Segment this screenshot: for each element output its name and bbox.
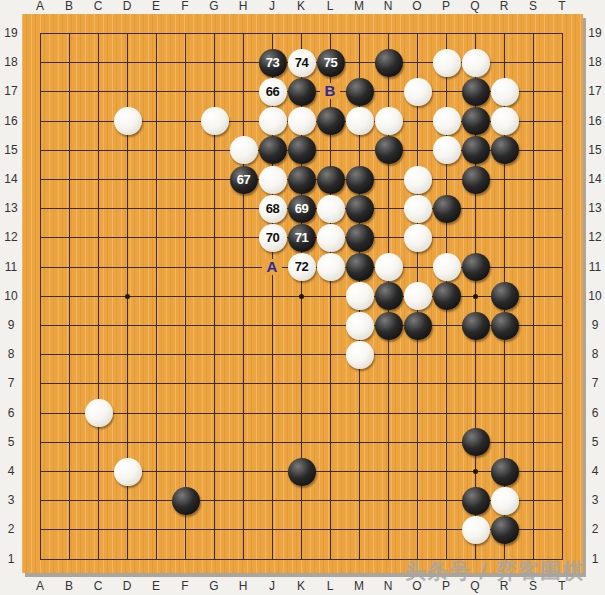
black-stone-M11 (346, 253, 374, 281)
coordinate-left-17: 17 (1, 84, 21, 98)
black-stone-M14 (346, 166, 374, 194)
star-point (299, 294, 304, 299)
white-stone-O17 (404, 78, 432, 106)
white-stone-R16 (491, 107, 519, 135)
black-stone-R15 (491, 136, 519, 164)
white-stone-M8 (346, 341, 374, 369)
white-stone-P15 (433, 136, 461, 164)
coordinate-right-12: 12 (585, 230, 605, 244)
move-number-72: 72 (288, 253, 316, 281)
move-number-68: 68 (259, 195, 287, 223)
black-stone-L14 (317, 166, 345, 194)
white-stone-O14 (404, 166, 432, 194)
black-stone-R10 (491, 282, 519, 310)
black-stone-N9 (375, 312, 403, 340)
black-stone-N10 (375, 282, 403, 310)
coordinate-right-9: 9 (585, 318, 605, 332)
coordinate-top-B: B (58, 0, 80, 13)
black-stone-Q16 (462, 107, 490, 135)
white-stone-J14 (259, 166, 287, 194)
coordinate-bottom-B: B (58, 580, 80, 593)
coordinate-bottom-K: K (290, 580, 312, 593)
coordinate-bottom-N: N (377, 580, 399, 593)
white-stone-Q18 (462, 49, 490, 77)
watermark-text: 头条号 / 弈客围棋 (405, 557, 584, 585)
move-number-74: 74 (288, 49, 316, 77)
coordinate-right-15: 15 (585, 143, 605, 157)
coordinate-left-2: 2 (1, 522, 21, 536)
coordinate-top-J: J (261, 0, 283, 13)
grid-line-horizontal (40, 354, 563, 355)
black-stone-N15 (375, 136, 403, 164)
move-number-71: 71 (288, 224, 316, 252)
coordinate-bottom-F: F (174, 580, 196, 593)
coordinate-right-17: 17 (585, 84, 605, 98)
coordinate-right-3: 3 (585, 493, 605, 507)
coordinate-top-K: K (290, 0, 312, 13)
coordinate-left-9: 9 (1, 318, 21, 332)
coordinate-right-18: 18 (585, 55, 605, 69)
white-stone-P18 (433, 49, 461, 77)
black-stone-K15 (288, 136, 316, 164)
black-stone-Q9 (462, 312, 490, 340)
black-stone-Q11 (462, 253, 490, 281)
black-stone-M17 (346, 78, 374, 106)
black-stone-P10 (433, 282, 461, 310)
coordinate-top-C: C (87, 0, 109, 13)
grid-line-vertical (533, 33, 534, 560)
coordinate-left-7: 7 (1, 376, 21, 390)
white-stone-O12 (404, 224, 432, 252)
white-stone-N11 (375, 253, 403, 281)
go-diagram: 66676869707172737475AB ABCDEFGHJKLMNOPQR… (0, 0, 605, 595)
coordinate-top-Q: Q (464, 0, 486, 13)
coordinate-left-5: 5 (1, 435, 21, 449)
coordinate-top-H: H (232, 0, 254, 13)
white-stone-P16 (433, 107, 461, 135)
coordinate-bottom-G: G (203, 580, 225, 593)
black-stone-O9 (404, 312, 432, 340)
white-stone-P11 (433, 253, 461, 281)
coordinate-left-11: 11 (1, 260, 21, 274)
black-stone-K14 (288, 166, 316, 194)
black-stone-L16 (317, 107, 345, 135)
coordinate-left-8: 8 (1, 347, 21, 361)
move-number-69: 69 (288, 195, 316, 223)
white-stone-L11 (317, 253, 345, 281)
black-stone-R2 (491, 516, 519, 544)
coordinate-top-E: E (145, 0, 167, 13)
white-stone-M9 (346, 312, 374, 340)
coordinate-right-5: 5 (585, 435, 605, 449)
move-number-70: 70 (259, 224, 287, 252)
black-stone-R9 (491, 312, 519, 340)
white-stone-C6 (85, 399, 113, 427)
coordinate-right-14: 14 (585, 172, 605, 186)
coordinate-right-11: 11 (585, 260, 605, 274)
black-stone-K4 (288, 458, 316, 486)
coordinate-bottom-J: J (261, 580, 283, 593)
coordinate-left-16: 16 (1, 114, 21, 128)
white-stone-M10 (346, 282, 374, 310)
white-stone-D4 (114, 458, 142, 486)
coordinate-top-N: N (377, 0, 399, 13)
black-stone-M12 (346, 224, 374, 252)
white-stone-L12 (317, 224, 345, 252)
move-number-75: 75 (317, 49, 345, 77)
star-point (473, 294, 478, 299)
coordinate-bottom-H: H (232, 580, 254, 593)
white-stone-D16 (114, 107, 142, 135)
black-stone-R4 (491, 458, 519, 486)
move-number-73: 73 (259, 49, 287, 77)
coordinate-top-M: M (348, 0, 370, 13)
black-stone-K17 (288, 78, 316, 106)
coordinate-top-L: L (319, 0, 341, 13)
black-stone-N18 (375, 49, 403, 77)
coordinate-top-G: G (203, 0, 225, 13)
coordinate-right-1: 1 (585, 552, 605, 566)
white-stone-N16 (375, 107, 403, 135)
white-stone-O13 (404, 195, 432, 223)
coordinate-left-4: 4 (1, 464, 21, 478)
grid-line-horizontal (40, 413, 563, 414)
coordinate-right-8: 8 (585, 347, 605, 361)
black-stone-Q17 (462, 78, 490, 106)
grid-line-horizontal (40, 383, 563, 384)
coordinate-bottom-L: L (319, 580, 341, 593)
coordinate-left-6: 6 (1, 406, 21, 420)
black-stone-Q5 (462, 428, 490, 456)
coordinate-left-1: 1 (1, 552, 21, 566)
coordinate-right-4: 4 (585, 464, 605, 478)
coordinate-right-13: 13 (585, 201, 605, 215)
black-stone-J15 (259, 136, 287, 164)
coordinate-left-15: 15 (1, 143, 21, 157)
black-stone-P13 (433, 195, 461, 223)
star-point (125, 294, 130, 299)
go-board: 66676869707172737475AB (22, 14, 583, 573)
coordinate-top-T: T (551, 0, 573, 13)
coordinate-bottom-M: M (348, 580, 370, 593)
coordinate-right-16: 16 (585, 114, 605, 128)
white-stone-M16 (346, 107, 374, 135)
coordinate-left-14: 14 (1, 172, 21, 186)
coordinate-bottom-D: D (116, 580, 138, 593)
move-number-67: 67 (230, 166, 258, 194)
coordinate-top-A: A (29, 0, 51, 13)
coordinate-bottom-A: A (29, 580, 51, 593)
star-point (473, 469, 478, 474)
black-stone-Q3 (462, 487, 490, 515)
black-stone-F3 (172, 487, 200, 515)
coordinate-top-R: R (493, 0, 515, 13)
coordinate-right-7: 7 (585, 376, 605, 390)
white-stone-H15 (230, 136, 258, 164)
black-stone-Q14 (462, 166, 490, 194)
move-number-66: 66 (259, 78, 287, 106)
white-stone-R17 (491, 78, 519, 106)
coordinate-bottom-C: C (87, 580, 109, 593)
letter-marker-A: A (262, 259, 282, 275)
grid-line-vertical (562, 33, 563, 560)
coordinate-bottom-E: E (145, 580, 167, 593)
white-stone-Q2 (462, 516, 490, 544)
black-stone-Q15 (462, 136, 490, 164)
coordinate-top-O: O (406, 0, 428, 13)
white-stone-O10 (404, 282, 432, 310)
coordinate-right-19: 19 (585, 26, 605, 40)
coordinate-top-D: D (116, 0, 138, 13)
coordinate-left-18: 18 (1, 55, 21, 69)
coordinate-right-6: 6 (585, 406, 605, 420)
white-stone-K16 (288, 107, 316, 135)
coordinate-top-F: F (174, 0, 196, 13)
white-stone-J16 (259, 107, 287, 135)
coordinate-right-10: 10 (585, 289, 605, 303)
coordinate-left-12: 12 (1, 230, 21, 244)
letter-marker-B: B (320, 83, 340, 99)
black-stone-M13 (346, 195, 374, 223)
coordinate-left-10: 10 (1, 289, 21, 303)
white-stone-R3 (491, 487, 519, 515)
coordinate-left-19: 19 (1, 26, 21, 40)
coordinate-top-P: P (435, 0, 457, 13)
coordinate-top-S: S (522, 0, 544, 13)
coordinate-left-3: 3 (1, 493, 21, 507)
coordinate-left-13: 13 (1, 201, 21, 215)
white-stone-G16 (201, 107, 229, 135)
coordinate-right-2: 2 (585, 522, 605, 536)
white-stone-L13 (317, 195, 345, 223)
